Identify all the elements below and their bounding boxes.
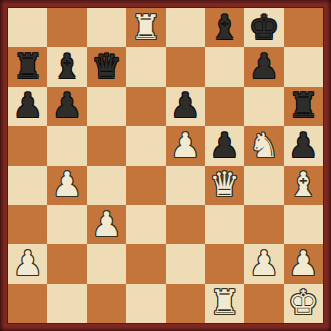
white-queen-f4: ♛ bbox=[209, 167, 239, 201]
square-g1[interactable] bbox=[244, 284, 283, 323]
black-bishop-b7: ♝ bbox=[52, 49, 82, 83]
square-b7[interactable]: ♝ bbox=[47, 47, 86, 86]
square-c2[interactable] bbox=[87, 244, 126, 283]
white-knight-g5: ♞ bbox=[249, 128, 279, 162]
square-g3[interactable] bbox=[244, 205, 283, 244]
square-b5[interactable] bbox=[47, 126, 86, 165]
square-f1[interactable]: ♜ bbox=[205, 284, 244, 323]
square-b8[interactable] bbox=[47, 8, 86, 47]
black-bishop-f8: ♝ bbox=[209, 10, 239, 44]
square-b1[interactable] bbox=[47, 284, 86, 323]
square-h5[interactable]: ♟ bbox=[284, 126, 323, 165]
square-h4[interactable]: ♝ bbox=[284, 166, 323, 205]
square-e6[interactable]: ♟ bbox=[166, 87, 205, 126]
square-d6[interactable] bbox=[126, 87, 165, 126]
square-a2[interactable]: ♟ bbox=[8, 244, 47, 283]
square-f7[interactable] bbox=[205, 47, 244, 86]
black-pawn-a6: ♟ bbox=[12, 88, 42, 122]
square-f5[interactable]: ♟ bbox=[205, 126, 244, 165]
square-f3[interactable] bbox=[205, 205, 244, 244]
white-pawn-a2: ♟ bbox=[12, 246, 42, 280]
square-e3[interactable] bbox=[166, 205, 205, 244]
square-h1[interactable]: ♚ bbox=[284, 284, 323, 323]
black-pawn-g7: ♟ bbox=[249, 49, 279, 83]
black-pawn-f5: ♟ bbox=[209, 128, 239, 162]
square-a1[interactable] bbox=[8, 284, 47, 323]
square-h3[interactable] bbox=[284, 205, 323, 244]
square-g7[interactable]: ♟ bbox=[244, 47, 283, 86]
square-e1[interactable] bbox=[166, 284, 205, 323]
square-c4[interactable] bbox=[87, 166, 126, 205]
square-f8[interactable]: ♝ bbox=[205, 8, 244, 47]
square-c7[interactable]: ♛ bbox=[87, 47, 126, 86]
square-d2[interactable] bbox=[126, 244, 165, 283]
square-c1[interactable] bbox=[87, 284, 126, 323]
square-h6[interactable]: ♜ bbox=[284, 87, 323, 126]
white-pawn-h2: ♟ bbox=[288, 246, 318, 280]
white-pawn-c3: ♟ bbox=[91, 207, 121, 241]
white-pawn-b4: ♟ bbox=[52, 167, 82, 201]
square-d1[interactable] bbox=[126, 284, 165, 323]
white-bishop-h4: ♝ bbox=[288, 167, 318, 201]
square-e5[interactable]: ♟ bbox=[166, 126, 205, 165]
black-queen-c7: ♛ bbox=[91, 49, 121, 83]
square-a7[interactable]: ♜ bbox=[8, 47, 47, 86]
board-frame: ♜♝♚♜♝♛♟♟♟♟♜♟♟♞♟♟♛♝♟♟♟♟♜♚ bbox=[0, 0, 331, 331]
chess-board: ♜♝♚♜♝♛♟♟♟♟♜♟♟♞♟♟♛♝♟♟♟♟♜♚ bbox=[8, 8, 323, 323]
square-f6[interactable] bbox=[205, 87, 244, 126]
square-b6[interactable]: ♟ bbox=[47, 87, 86, 126]
square-e8[interactable] bbox=[166, 8, 205, 47]
square-g4[interactable] bbox=[244, 166, 283, 205]
black-king-g8: ♚ bbox=[249, 10, 279, 44]
square-c6[interactable] bbox=[87, 87, 126, 126]
square-c5[interactable] bbox=[87, 126, 126, 165]
square-g5[interactable]: ♞ bbox=[244, 126, 283, 165]
square-h7[interactable] bbox=[284, 47, 323, 86]
square-b2[interactable] bbox=[47, 244, 86, 283]
square-a3[interactable] bbox=[8, 205, 47, 244]
square-b3[interactable] bbox=[47, 205, 86, 244]
square-c8[interactable] bbox=[87, 8, 126, 47]
square-a5[interactable] bbox=[8, 126, 47, 165]
white-king-h1: ♚ bbox=[288, 285, 318, 319]
square-d3[interactable] bbox=[126, 205, 165, 244]
square-e4[interactable] bbox=[166, 166, 205, 205]
square-g8[interactable]: ♚ bbox=[244, 8, 283, 47]
black-pawn-h5: ♟ bbox=[288, 128, 318, 162]
square-d5[interactable] bbox=[126, 126, 165, 165]
white-pawn-g2: ♟ bbox=[249, 246, 279, 280]
square-e7[interactable] bbox=[166, 47, 205, 86]
square-d8[interactable]: ♜ bbox=[126, 8, 165, 47]
black-pawn-e6: ♟ bbox=[170, 88, 200, 122]
white-pawn-e5: ♟ bbox=[170, 128, 200, 162]
square-a4[interactable] bbox=[8, 166, 47, 205]
square-a6[interactable]: ♟ bbox=[8, 87, 47, 126]
square-b4[interactable]: ♟ bbox=[47, 166, 86, 205]
square-a8[interactable] bbox=[8, 8, 47, 47]
black-rook-a7: ♜ bbox=[12, 49, 42, 83]
square-g2[interactable]: ♟ bbox=[244, 244, 283, 283]
square-f4[interactable]: ♛ bbox=[205, 166, 244, 205]
square-h8[interactable] bbox=[284, 8, 323, 47]
white-rook-d8: ♜ bbox=[131, 10, 161, 44]
square-f2[interactable] bbox=[205, 244, 244, 283]
square-c3[interactable]: ♟ bbox=[87, 205, 126, 244]
square-e2[interactable] bbox=[166, 244, 205, 283]
white-rook-f1: ♜ bbox=[209, 285, 239, 319]
square-d4[interactable] bbox=[126, 166, 165, 205]
black-rook-h6: ♜ bbox=[288, 88, 318, 122]
square-d7[interactable] bbox=[126, 47, 165, 86]
black-pawn-b6: ♟ bbox=[52, 88, 82, 122]
square-h2[interactable]: ♟ bbox=[284, 244, 323, 283]
square-g6[interactable] bbox=[244, 87, 283, 126]
